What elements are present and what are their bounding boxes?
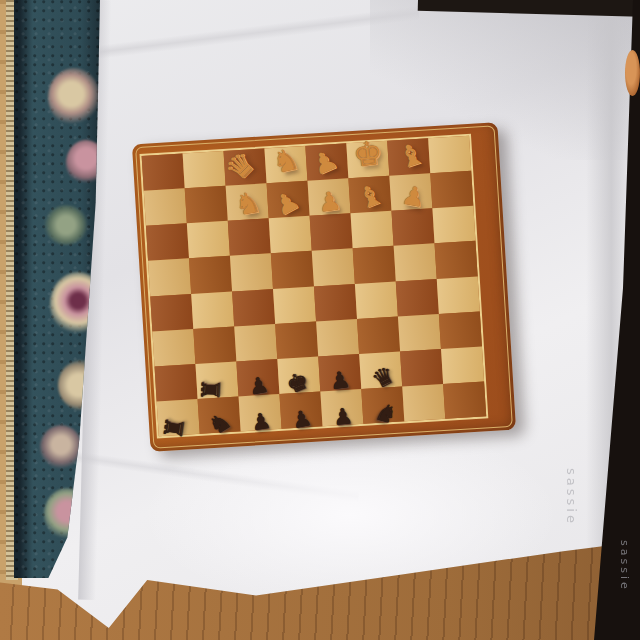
- square-a4[interactable]: [150, 294, 193, 332]
- square-a6[interactable]: [146, 224, 189, 262]
- board-grid: ♛♞♟♚♝♞♟♟♝♟♜♟♚♟♛♜♞♟♟♟♞: [142, 136, 487, 436]
- piece-white-queen[interactable]: ♛: [220, 146, 260, 186]
- piece-black-pawn[interactable]: ♟: [332, 406, 354, 429]
- piece-white-bishop[interactable]: ♝: [394, 139, 427, 173]
- square-g4[interactable]: [396, 279, 439, 317]
- piece-white-knight[interactable]: ♞: [232, 188, 262, 219]
- square-a3[interactable]: [152, 329, 195, 367]
- piece-black-pawn[interactable]: ♟: [247, 375, 270, 399]
- square-e4[interactable]: [314, 284, 357, 322]
- piece-black-knight[interactable]: ♞: [372, 400, 399, 427]
- square-a2[interactable]: [155, 364, 198, 402]
- square-h2[interactable]: [441, 346, 484, 384]
- square-a7[interactable]: [144, 188, 187, 226]
- square-g1[interactable]: [402, 384, 445, 422]
- square-g5[interactable]: [394, 244, 437, 282]
- square-h6[interactable]: [432, 206, 475, 244]
- square-h7[interactable]: [430, 171, 473, 209]
- square-e3[interactable]: [316, 319, 359, 357]
- square-c2[interactable]: ♟: [236, 359, 279, 397]
- piece-black-rook[interactable]: ♜: [161, 416, 188, 442]
- square-b1[interactable]: ♞: [198, 396, 241, 434]
- rug-flower-motif: [40, 425, 82, 469]
- square-b2[interactable]: ♜: [195, 361, 238, 399]
- piece-black-pawn[interactable]: ♟: [329, 369, 352, 393]
- square-h5[interactable]: [435, 241, 478, 279]
- square-f4[interactable]: [355, 281, 398, 319]
- piece-black-knight[interactable]: ♞: [205, 409, 235, 440]
- square-a1[interactable]: ♜: [157, 399, 200, 437]
- square-a8[interactable]: [142, 153, 185, 191]
- square-c8[interactable]: ♛: [224, 148, 267, 186]
- square-f3[interactable]: [357, 316, 400, 354]
- piece-black-pawn[interactable]: ♟: [249, 411, 272, 435]
- square-d4[interactable]: [273, 286, 316, 324]
- square-e5[interactable]: [312, 249, 355, 287]
- square-h3[interactable]: [439, 311, 482, 349]
- piece-white-knight[interactable]: ♞: [270, 144, 302, 177]
- square-h4[interactable]: [437, 276, 480, 314]
- piece-white-pawn[interactable]: ♟: [399, 182, 426, 211]
- rug-flower-motif: [48, 68, 100, 126]
- square-d5[interactable]: [271, 251, 314, 289]
- square-c3[interactable]: [234, 324, 277, 362]
- square-d7[interactable]: ♟: [267, 181, 310, 219]
- square-c4[interactable]: [232, 289, 275, 327]
- square-b7[interactable]: [185, 186, 228, 224]
- square-c6[interactable]: [228, 218, 271, 256]
- square-f5[interactable]: [353, 246, 396, 284]
- square-b8[interactable]: [183, 151, 226, 189]
- square-c7[interactable]: ♞: [226, 183, 269, 221]
- square-e1[interactable]: ♟: [320, 389, 363, 427]
- square-e2[interactable]: ♟: [318, 354, 361, 392]
- square-e8[interactable]: ♟: [305, 143, 348, 181]
- orange-object-right-edge: [625, 50, 640, 96]
- square-f2[interactable]: ♛: [359, 351, 402, 389]
- piece-white-pawn[interactable]: ♟: [270, 187, 302, 220]
- square-b4[interactable]: [191, 291, 234, 329]
- rug-leaf-motif: [44, 205, 88, 245]
- square-c1[interactable]: ♟: [239, 394, 282, 432]
- square-e6[interactable]: [310, 213, 353, 251]
- square-b3[interactable]: [193, 326, 236, 364]
- square-h1[interactable]: [443, 381, 486, 419]
- photo-scene: sassie sassie ♛♞♟♚♝♞♟♟♝♟♜♟♚♟♛♜♞♟♟♟♞: [0, 0, 640, 640]
- square-e7[interactable]: ♟: [307, 178, 350, 216]
- square-d6[interactable]: [269, 216, 312, 254]
- piece-black-pawn[interactable]: ♟: [290, 408, 314, 432]
- square-f7[interactable]: ♝: [348, 176, 391, 214]
- piece-white-bishop[interactable]: ♝: [354, 180, 387, 214]
- board-inlay-frame: ♛♞♟♚♝♞♟♟♝♟♜♟♚♟♛♜♞♟♟♟♞: [140, 134, 489, 439]
- square-f8[interactable]: ♚: [346, 141, 389, 179]
- watermark-text: sassie: [564, 468, 579, 628]
- square-c5[interactable]: [230, 254, 273, 292]
- square-h8[interactable]: [428, 136, 471, 174]
- square-d8[interactable]: ♞: [264, 146, 307, 184]
- square-g6[interactable]: [391, 208, 434, 246]
- piece-white-pawn[interactable]: ♟: [316, 188, 342, 216]
- square-g7[interactable]: ♟: [389, 173, 432, 211]
- piece-white-king[interactable]: ♚: [351, 136, 384, 170]
- square-g3[interactable]: [398, 314, 441, 352]
- watermark-text: sassie: [618, 540, 631, 630]
- square-d1[interactable]: ♟: [279, 391, 322, 429]
- square-g8[interactable]: ♝: [387, 138, 430, 176]
- square-f6[interactable]: [351, 211, 394, 249]
- piece-black-rook[interactable]: ♜: [199, 378, 224, 401]
- square-d3[interactable]: [275, 321, 318, 359]
- square-b6[interactable]: [187, 221, 230, 259]
- chess-board[interactable]: ♛♞♟♚♝♞♟♟♝♟♜♟♚♟♛♜♞♟♟♟♞: [132, 122, 516, 452]
- piece-white-pawn[interactable]: ♟: [309, 146, 341, 179]
- square-a5[interactable]: [148, 259, 191, 297]
- square-g2[interactable]: [400, 349, 443, 387]
- square-b5[interactable]: [189, 256, 232, 294]
- square-d2[interactable]: ♚: [277, 356, 320, 394]
